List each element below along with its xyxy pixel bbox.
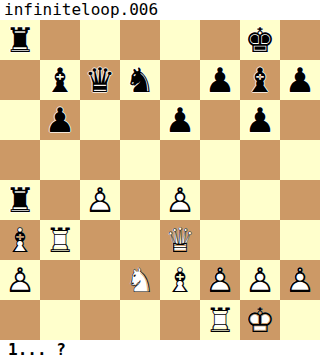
- black-bishop: ♝: [40, 60, 80, 100]
- white-pawn-outline: ♙: [160, 180, 200, 220]
- black-king: ♚: [240, 20, 280, 60]
- square-f1[interactable]: ♜♖: [200, 300, 240, 340]
- square-e5[interactable]: [160, 140, 200, 180]
- black-king-glyph: ♚: [240, 20, 280, 60]
- square-b8[interactable]: [40, 20, 80, 60]
- square-f6[interactable]: [200, 100, 240, 140]
- white-pawn-outline: ♙: [0, 260, 40, 300]
- square-a3[interactable]: ♝♗: [0, 220, 40, 260]
- black-pawn-glyph: ♟: [40, 100, 80, 140]
- white-rook: ♜♖: [200, 300, 240, 340]
- white-pawn: ♟♙: [0, 260, 40, 300]
- chess-board: ♜♚♝♛♞♟♝♟♟♟♟♜♟♙♟♙♝♗♜♖♛♕♟♙♞♘♝♗♟♙♟♙♟♙♜♖♚♔: [0, 20, 320, 340]
- white-knight: ♞♘: [120, 260, 160, 300]
- white-pawn: ♟♙: [200, 260, 240, 300]
- white-pawn: ♟♙: [240, 260, 280, 300]
- white-pawn-outline: ♙: [80, 180, 120, 220]
- square-b4[interactable]: [40, 180, 80, 220]
- square-g2[interactable]: ♟♙: [240, 260, 280, 300]
- square-e1[interactable]: [160, 300, 200, 340]
- white-queen: ♛♕: [160, 220, 200, 260]
- square-h5[interactable]: [280, 140, 320, 180]
- black-queen-glyph: ♛: [80, 60, 120, 100]
- black-pawn-glyph: ♟: [160, 100, 200, 140]
- square-a2[interactable]: ♟♙: [0, 260, 40, 300]
- square-h6[interactable]: [280, 100, 320, 140]
- square-a8[interactable]: ♜: [0, 20, 40, 60]
- square-a1[interactable]: [0, 300, 40, 340]
- square-h7[interactable]: ♟: [280, 60, 320, 100]
- black-rook-glyph: ♜: [0, 20, 40, 60]
- square-c6[interactable]: [80, 100, 120, 140]
- square-g3[interactable]: [240, 220, 280, 260]
- square-d5[interactable]: [120, 140, 160, 180]
- square-a4[interactable]: ♜: [0, 180, 40, 220]
- white-pawn: ♟♙: [280, 260, 320, 300]
- square-f7[interactable]: ♟: [200, 60, 240, 100]
- black-pawn: ♟: [160, 100, 200, 140]
- black-pawn-glyph: ♟: [240, 100, 280, 140]
- black-rook-glyph: ♜: [0, 180, 40, 220]
- window-title: infiniteloop.006: [0, 0, 320, 20]
- black-pawn-glyph: ♟: [280, 60, 320, 100]
- black-knight: ♞: [120, 60, 160, 100]
- square-c8[interactable]: [80, 20, 120, 60]
- black-queen: ♛: [80, 60, 120, 100]
- white-knight-outline: ♘: [120, 260, 160, 300]
- square-b5[interactable]: [40, 140, 80, 180]
- white-rook: ♜♖: [40, 220, 80, 260]
- square-e4[interactable]: ♟♙: [160, 180, 200, 220]
- square-f2[interactable]: ♟♙: [200, 260, 240, 300]
- square-c3[interactable]: [80, 220, 120, 260]
- black-pawn-glyph: ♟: [200, 60, 240, 100]
- black-pawn: ♟: [40, 100, 80, 140]
- move-prompt: 1... ?: [0, 340, 320, 360]
- square-d8[interactable]: [120, 20, 160, 60]
- square-c1[interactable]: [80, 300, 120, 340]
- white-king: ♚♔: [240, 300, 280, 340]
- black-pawn: ♟: [280, 60, 320, 100]
- square-g1[interactable]: ♚♔: [240, 300, 280, 340]
- square-g4[interactable]: [240, 180, 280, 220]
- square-g6[interactable]: ♟: [240, 100, 280, 140]
- square-d7[interactable]: ♞: [120, 60, 160, 100]
- white-pawn: ♟♙: [160, 180, 200, 220]
- white-bishop-outline: ♗: [0, 220, 40, 260]
- white-pawn-outline: ♙: [240, 260, 280, 300]
- square-e8[interactable]: [160, 20, 200, 60]
- square-c4[interactable]: ♟♙: [80, 180, 120, 220]
- black-pawn: ♟: [240, 100, 280, 140]
- square-b3[interactable]: ♜♖: [40, 220, 80, 260]
- square-c7[interactable]: ♛: [80, 60, 120, 100]
- square-f8[interactable]: [200, 20, 240, 60]
- square-h3[interactable]: [280, 220, 320, 260]
- square-h4[interactable]: [280, 180, 320, 220]
- square-a7[interactable]: [0, 60, 40, 100]
- square-d1[interactable]: [120, 300, 160, 340]
- square-e3[interactable]: ♛♕: [160, 220, 200, 260]
- square-h8[interactable]: [280, 20, 320, 60]
- square-g7[interactable]: ♝: [240, 60, 280, 100]
- square-a5[interactable]: [0, 140, 40, 180]
- square-b2[interactable]: [40, 260, 80, 300]
- square-g5[interactable]: [240, 140, 280, 180]
- square-h1[interactable]: [280, 300, 320, 340]
- black-rook: ♜: [0, 20, 40, 60]
- square-e6[interactable]: ♟: [160, 100, 200, 140]
- square-e2[interactable]: ♝♗: [160, 260, 200, 300]
- square-f3[interactable]: [200, 220, 240, 260]
- white-bishop: ♝♗: [160, 260, 200, 300]
- white-pawn: ♟♙: [80, 180, 120, 220]
- square-b6[interactable]: ♟: [40, 100, 80, 140]
- square-e7[interactable]: [160, 60, 200, 100]
- white-pawn-outline: ♙: [280, 260, 320, 300]
- black-bishop: ♝: [240, 60, 280, 100]
- white-king-outline: ♔: [240, 300, 280, 340]
- white-rook-outline: ♖: [40, 220, 80, 260]
- square-d6[interactable]: [120, 100, 160, 140]
- black-pawn: ♟: [200, 60, 240, 100]
- square-b1[interactable]: [40, 300, 80, 340]
- square-f4[interactable]: [200, 180, 240, 220]
- square-a6[interactable]: [0, 100, 40, 140]
- white-rook-outline: ♖: [200, 300, 240, 340]
- white-pawn-outline: ♙: [200, 260, 240, 300]
- square-c2[interactable]: [80, 260, 120, 300]
- square-b7[interactable]: ♝: [40, 60, 80, 100]
- black-bishop-glyph: ♝: [40, 60, 80, 100]
- square-c5[interactable]: [80, 140, 120, 180]
- white-bishop-outline: ♗: [160, 260, 200, 300]
- square-g8[interactable]: ♚: [240, 20, 280, 60]
- black-rook: ♜: [0, 180, 40, 220]
- black-knight-glyph: ♞: [120, 60, 160, 100]
- black-bishop-glyph: ♝: [240, 60, 280, 100]
- square-f5[interactable]: [200, 140, 240, 180]
- square-d4[interactable]: [120, 180, 160, 220]
- square-d2[interactable]: ♞♘: [120, 260, 160, 300]
- white-queen-outline: ♕: [160, 220, 200, 260]
- white-bishop: ♝♗: [0, 220, 40, 260]
- square-h2[interactable]: ♟♙: [280, 260, 320, 300]
- square-d3[interactable]: [120, 220, 160, 260]
